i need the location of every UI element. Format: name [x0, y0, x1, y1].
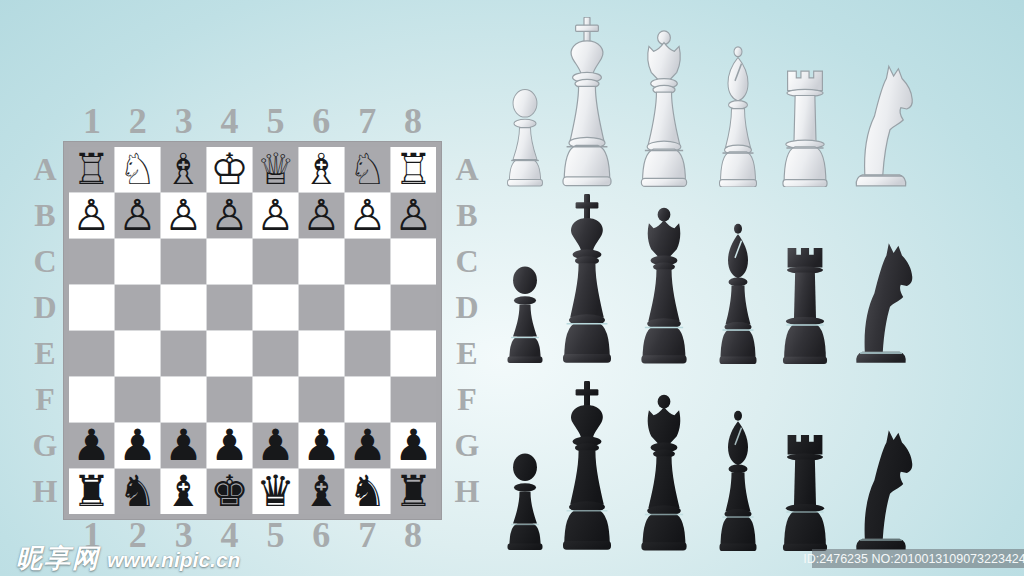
white-glossy-set-pawn-icon	[502, 81, 548, 187]
board-square	[69, 377, 114, 422]
board-piece-black: ♟	[164, 423, 203, 468]
dark-gray-set-knight-icon	[848, 236, 914, 364]
black-set-bishop-icon	[713, 409, 763, 551]
board-square	[391, 239, 436, 284]
board-square	[345, 285, 390, 330]
board-piece-white: ♗	[164, 147, 203, 192]
board-square	[345, 239, 390, 284]
board-piece-white: ♖	[394, 147, 433, 192]
board-piece-white: ♙	[164, 193, 203, 238]
board-square	[299, 377, 344, 422]
board-piece-white: ♖	[72, 147, 111, 192]
white-glossy-set-king-icon	[557, 17, 617, 187]
white-glossy-set-queen-icon	[635, 29, 693, 187]
board-label: 6	[298, 104, 344, 138]
board-square: ♟	[345, 423, 390, 468]
board-square: ♘	[345, 147, 390, 192]
board-square	[69, 285, 114, 330]
board-label: H	[28, 468, 62, 514]
board-square: ♙	[161, 193, 206, 238]
board-label: C	[450, 239, 484, 285]
board-square	[253, 377, 298, 422]
board-square: ♙	[299, 193, 344, 238]
board-square	[345, 377, 390, 422]
board-square: ♙	[391, 193, 436, 238]
board-label: 7	[344, 104, 390, 138]
stock-image-canvas: 12345678 12345678 ABCDEFGH ABCDEFGH ♖♘♗♔…	[0, 0, 1024, 576]
board-square: ♕	[253, 147, 298, 192]
board-label: 4	[207, 104, 253, 138]
board-square: ♟	[253, 423, 298, 468]
board-labels-top: 12345678	[69, 104, 436, 138]
board-labels-left: ABCDEFGH	[28, 147, 62, 514]
board-square: ♜	[391, 469, 436, 514]
board-piece-black: ♛	[256, 469, 295, 514]
dark-gray-set-pawn-icon	[502, 258, 548, 364]
board-label: 7	[344, 518, 390, 552]
board-piece-black: ♟	[256, 423, 295, 468]
black-set-knight-icon	[848, 423, 914, 551]
board-piece-white: ♙	[302, 193, 341, 238]
board-label: F	[28, 376, 62, 422]
board-square: ♖	[391, 147, 436, 192]
board-square: ♗	[299, 147, 344, 192]
board-label: B	[28, 193, 62, 239]
board-label: E	[28, 331, 62, 377]
dark-gray-set-king-icon	[557, 194, 617, 364]
board-square	[115, 331, 160, 376]
watermark-url: www.nipic.cn	[107, 548, 240, 572]
board-label: C	[28, 239, 62, 285]
board-square	[391, 285, 436, 330]
board-piece-white: ♙	[394, 193, 433, 238]
board-square	[207, 285, 252, 330]
board-piece-black: ♟	[348, 423, 387, 468]
watermark-logo: 昵享网	[16, 541, 100, 576]
board-square: ♗	[161, 147, 206, 192]
board-piece-black: ♞	[118, 469, 157, 514]
board-piece-black: ♝	[164, 469, 203, 514]
board-piece-black: ♚	[210, 469, 249, 514]
board-square	[69, 331, 114, 376]
white-glossy-set-rook-icon	[776, 65, 834, 187]
white-glossy-set-bishop-icon	[713, 45, 763, 187]
board-piece-white: ♙	[118, 193, 157, 238]
chess-board: ♖♘♗♔♕♗♘♖♙♙♙♙♙♙♙♙♟♟♟♟♟♟♟♟♜♞♝♚♛♝♞♜	[64, 142, 441, 519]
board-square: ♝	[299, 469, 344, 514]
board-piece-white: ♘	[118, 147, 157, 192]
board-label: 2	[115, 104, 161, 138]
board-square	[391, 377, 436, 422]
board-label: 8	[390, 518, 436, 552]
black-set-pawn-icon	[502, 445, 548, 551]
board-square: ♟	[69, 423, 114, 468]
board-square: ♜	[69, 469, 114, 514]
board-label: A	[28, 147, 62, 193]
board-label: E	[450, 331, 484, 377]
board-piece-black: ♟	[302, 423, 341, 468]
board-piece-white: ♕	[256, 147, 295, 192]
board-square	[161, 285, 206, 330]
board-square: ♙	[115, 193, 160, 238]
dark-gray-set-queen-icon	[635, 206, 693, 364]
board-square: ♙	[253, 193, 298, 238]
board-square	[69, 239, 114, 284]
board-piece-white: ♔	[210, 147, 249, 192]
board-square: ♟	[391, 423, 436, 468]
board-square: ♟	[207, 423, 252, 468]
board-square: ♚	[207, 469, 252, 514]
board-square	[253, 285, 298, 330]
dark-gray-set-rook-icon	[776, 242, 834, 364]
board-piece-white: ♙	[348, 193, 387, 238]
board-square	[115, 377, 160, 422]
board-label: 5	[253, 104, 299, 138]
board-piece-black: ♝	[302, 469, 341, 514]
board-piece-white: ♙	[210, 193, 249, 238]
board-square: ♖	[69, 147, 114, 192]
watermark: 昵享网 www.nipic.cn	[16, 541, 240, 576]
image-id-text: ID:2476235 NO:20100131090732234249	[803, 552, 1024, 566]
board-piece-black: ♟	[118, 423, 157, 468]
board-square	[391, 331, 436, 376]
board-label: 3	[161, 104, 207, 138]
board-label: B	[450, 193, 484, 239]
board-piece-black: ♞	[348, 469, 387, 514]
board-square: ♟	[161, 423, 206, 468]
board-label: G	[450, 422, 484, 468]
board-piece-white: ♘	[348, 147, 387, 192]
board-square: ♟	[299, 423, 344, 468]
board-label: H	[450, 468, 484, 514]
board-piece-white: ♙	[72, 193, 111, 238]
board-label: G	[28, 422, 62, 468]
board-square	[115, 285, 160, 330]
board-square: ♞	[345, 469, 390, 514]
board-square	[115, 239, 160, 284]
board-square: ♙	[69, 193, 114, 238]
board-piece-white: ♙	[256, 193, 295, 238]
board-square: ♘	[115, 147, 160, 192]
board-label: D	[28, 285, 62, 331]
board-square	[299, 331, 344, 376]
board-piece-white: ♗	[302, 147, 341, 192]
image-id-bar: ID:2476235 NO:20100131090732234249	[812, 549, 1024, 568]
board-label: 5	[253, 518, 299, 552]
board-square: ♟	[115, 423, 160, 468]
board-square	[345, 331, 390, 376]
board-piece-black: ♜	[72, 469, 111, 514]
board-piece-black: ♜	[394, 469, 433, 514]
board-square	[161, 331, 206, 376]
board-square	[299, 239, 344, 284]
board-square	[207, 377, 252, 422]
black-set-queen-icon	[635, 393, 693, 551]
board-label: D	[450, 285, 484, 331]
board-square	[161, 239, 206, 284]
board-square: ♝	[161, 469, 206, 514]
black-set-rook-icon	[776, 429, 834, 551]
dark-gray-set-bishop-icon	[713, 222, 763, 364]
board-piece-black: ♟	[72, 423, 111, 468]
board-label: 1	[69, 104, 115, 138]
board-square	[299, 285, 344, 330]
board-square	[207, 331, 252, 376]
board-label: 6	[298, 518, 344, 552]
black-set-king-icon	[557, 381, 617, 551]
board-labels-right: ABCDEFGH	[450, 147, 484, 514]
board-label: A	[450, 147, 484, 193]
board-square: ♞	[115, 469, 160, 514]
board-square: ♙	[345, 193, 390, 238]
board-square	[207, 239, 252, 284]
board-square	[161, 377, 206, 422]
board-square	[253, 331, 298, 376]
board-square: ♛	[253, 469, 298, 514]
board-piece-black: ♟	[394, 423, 433, 468]
board-square: ♔	[207, 147, 252, 192]
board-square	[253, 239, 298, 284]
board-square: ♙	[207, 193, 252, 238]
board-label: F	[450, 376, 484, 422]
board-piece-black: ♟	[210, 423, 249, 468]
board-label: 8	[390, 104, 436, 138]
white-glossy-set-knight-icon	[848, 59, 914, 187]
